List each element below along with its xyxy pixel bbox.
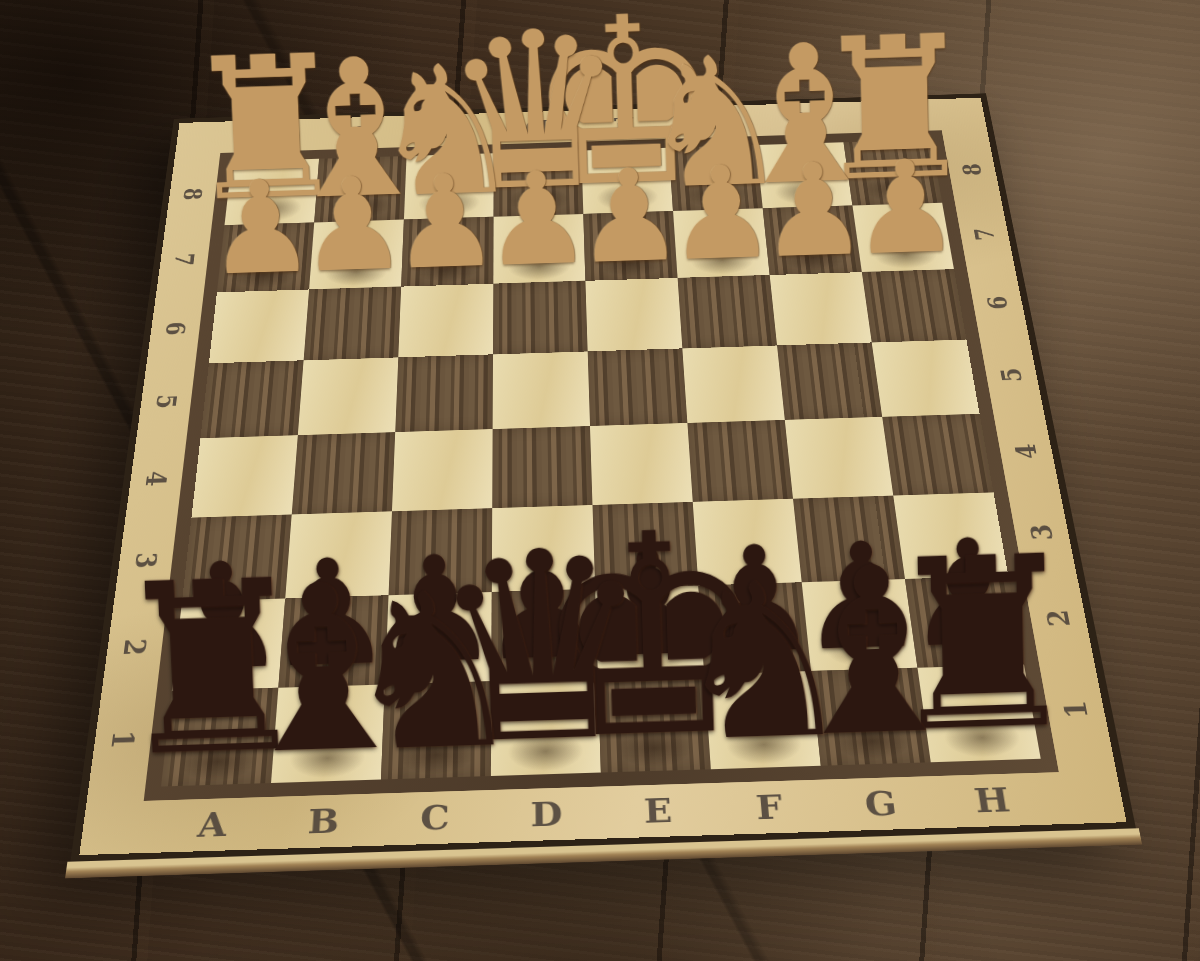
square-e7[interactable]: ♟ bbox=[583, 211, 677, 281]
board-grid: ♜♝♞♛♚♞♝♜♟♟♟♟♟♟♟♟♟♟♟♟♟♟♟♟♜♝♞♛♚♞♝♜ bbox=[161, 139, 1041, 786]
chess-board: ♜♝♞♛♚♞♝♜♟♟♟♟♟♟♟♟♟♟♟♟♟♟♟♟♜♝♞♛♚♞♝♜ AABBCCD… bbox=[70, 93, 1136, 862]
square-b5[interactable] bbox=[298, 357, 398, 435]
square-h4[interactable] bbox=[882, 413, 993, 495]
rank-label-right-4: 4 bbox=[1004, 435, 1049, 467]
file-label-bottom-d: D bbox=[524, 793, 568, 834]
border-band: ♜♝♞♛♚♞♝♜♟♟♟♟♟♟♟♟♟♟♟♟♟♟♟♟♜♝♞♛♚♞♝♜ AABBCCD… bbox=[79, 97, 1126, 854]
square-b6[interactable] bbox=[304, 286, 402, 360]
square-f5[interactable] bbox=[682, 345, 784, 423]
square-g6[interactable] bbox=[770, 272, 872, 345]
file-label-bottom-h: H bbox=[967, 779, 1017, 820]
square-g5[interactable] bbox=[777, 342, 882, 419]
square-a6[interactable] bbox=[209, 289, 309, 363]
square-c1[interactable]: ♞ bbox=[381, 681, 491, 779]
file-label-bottom-b: B bbox=[300, 800, 346, 841]
file-label-bottom-g: G bbox=[857, 783, 906, 824]
dark-knight-f1[interactable]: ♞ bbox=[668, 560, 856, 763]
photo-of-chess-set: { "game": "chess", "scene": "Overhead an… bbox=[0, 0, 1200, 961]
square-f7[interactable]: ♟ bbox=[673, 208, 770, 278]
square-d7[interactable]: ♟ bbox=[493, 213, 585, 283]
square-a4[interactable] bbox=[191, 435, 297, 517]
rank-label-right-7: 7 bbox=[964, 220, 1005, 247]
rank-label-left-4: 4 bbox=[135, 462, 178, 494]
square-d6[interactable] bbox=[493, 280, 588, 354]
square-e6[interactable] bbox=[585, 277, 682, 350]
light-pawn-h7[interactable]: ♟ bbox=[851, 146, 961, 267]
rank-label-left-5: 5 bbox=[145, 386, 186, 417]
file-label-bottom-c: C bbox=[413, 797, 458, 838]
square-e5[interactable] bbox=[588, 348, 688, 426]
square-c5[interactable] bbox=[395, 354, 493, 432]
file-label-bottom-a: A bbox=[188, 804, 236, 845]
rank-label-right-6: 6 bbox=[977, 288, 1019, 317]
rank-label-left-6: 6 bbox=[155, 314, 195, 343]
file-label-bottom-f: F bbox=[746, 786, 793, 827]
square-c7[interactable]: ♟ bbox=[401, 216, 493, 286]
square-h5[interactable] bbox=[872, 339, 980, 416]
square-b4[interactable] bbox=[292, 432, 396, 514]
square-g7[interactable]: ♟ bbox=[763, 205, 862, 275]
rank-label-right-5: 5 bbox=[990, 359, 1033, 389]
square-f6[interactable] bbox=[678, 275, 777, 348]
square-h6[interactable] bbox=[862, 269, 967, 342]
square-h7[interactable]: ♟ bbox=[852, 202, 954, 271]
rank-label-left-7: 7 bbox=[165, 245, 204, 273]
square-a5[interactable] bbox=[200, 360, 303, 438]
square-b7[interactable]: ♟ bbox=[309, 219, 404, 289]
square-c6[interactable] bbox=[398, 283, 493, 357]
square-d5[interactable] bbox=[493, 351, 590, 429]
dark-knight-c1[interactable]: ♞ bbox=[337, 570, 528, 773]
square-f1[interactable]: ♞ bbox=[704, 671, 820, 769]
file-label-bottom-e: E bbox=[635, 790, 681, 831]
